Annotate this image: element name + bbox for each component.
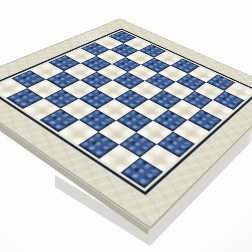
chess-board: [0, 19, 252, 227]
product-photo-scene: [0, 0, 252, 252]
